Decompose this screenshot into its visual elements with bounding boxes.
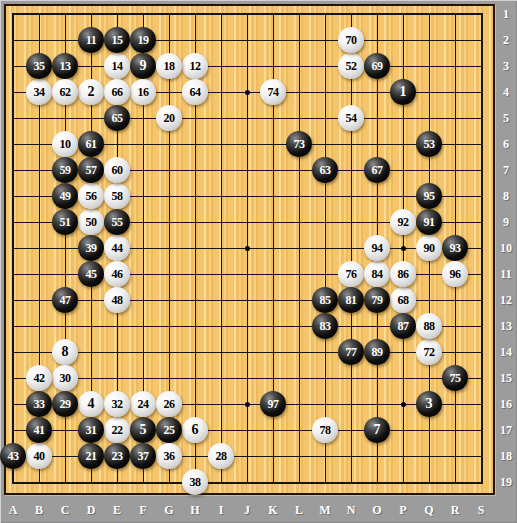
row-label-15: 15 <box>496 371 516 385</box>
star-point-P10 <box>401 246 406 251</box>
stone-E11[interactable]: 46 <box>104 261 130 287</box>
stone-B16[interactable]: 33 <box>26 391 52 417</box>
stone-H4[interactable]: 64 <box>182 79 208 105</box>
stone-D4[interactable]: 2 <box>78 79 104 105</box>
row-label-19: 19 <box>496 475 516 489</box>
stone-M12[interactable]: 85 <box>312 287 338 313</box>
col-label-R: R <box>445 503 465 517</box>
stone-F4[interactable]: 16 <box>130 79 156 105</box>
stone-K16[interactable]: 97 <box>260 391 286 417</box>
stone-C9[interactable]: 51 <box>52 209 78 235</box>
stone-N2[interactable]: 70 <box>338 27 364 53</box>
star-point-J16 <box>245 402 250 407</box>
stone-C12[interactable]: 47 <box>52 287 78 313</box>
stone-O14[interactable]: 89 <box>364 339 390 365</box>
stone-E17[interactable]: 22 <box>104 417 130 443</box>
col-label-A: A <box>3 503 23 517</box>
grid-hline <box>12 118 483 119</box>
row-label-11: 11 <box>496 267 516 281</box>
col-label-F: F <box>133 503 153 517</box>
stone-Q9[interactable]: 91 <box>416 209 442 235</box>
col-label-C: C <box>55 503 75 517</box>
stone-N14[interactable]: 77 <box>338 339 364 365</box>
stone-G5[interactable]: 20 <box>156 105 182 131</box>
stone-F2[interactable]: 19 <box>130 27 156 53</box>
stone-R10[interactable]: 93 <box>442 235 468 261</box>
stone-G17[interactable]: 25 <box>156 417 182 443</box>
col-label-O: O <box>367 503 387 517</box>
row-label-12: 12 <box>496 293 516 307</box>
stone-G16[interactable]: 26 <box>156 391 182 417</box>
stone-C7[interactable]: 59 <box>52 157 78 183</box>
stone-D9[interactable]: 50 <box>78 209 104 235</box>
stone-P13[interactable]: 87 <box>390 313 416 339</box>
stone-O3[interactable]: 69 <box>364 53 390 79</box>
stone-F16[interactable]: 24 <box>130 391 156 417</box>
col-label-G: G <box>159 503 179 517</box>
stone-R15[interactable]: 75 <box>442 365 468 391</box>
row-label-3: 3 <box>496 59 516 73</box>
stone-Q16[interactable]: 3 <box>416 391 442 417</box>
stone-L6[interactable]: 73 <box>286 131 312 157</box>
star-point-P16 <box>401 402 406 407</box>
grid-hline <box>12 482 483 484</box>
stone-D18[interactable]: 21 <box>78 443 104 469</box>
col-label-J: J <box>237 503 257 517</box>
stone-H19[interactable]: 38 <box>182 469 208 495</box>
stone-O17[interactable]: 7 <box>364 417 390 443</box>
stone-D7[interactable]: 57 <box>78 157 104 183</box>
stone-M7[interactable]: 63 <box>312 157 338 183</box>
col-label-D: D <box>81 503 101 517</box>
col-label-Q: Q <box>419 503 439 517</box>
row-label-17: 17 <box>496 423 516 437</box>
row-label-5: 5 <box>496 111 516 125</box>
stone-D17[interactable]: 31 <box>78 417 104 443</box>
go-diagram: 1234567891011121314151618192021222324252… <box>0 0 517 523</box>
stone-N11[interactable]: 76 <box>338 261 364 287</box>
stone-D16[interactable]: 4 <box>78 391 104 417</box>
stone-M17[interactable]: 78 <box>312 417 338 443</box>
col-label-S: S <box>471 503 491 517</box>
stone-H17[interactable]: 6 <box>182 417 208 443</box>
stone-E8[interactable]: 58 <box>104 183 130 209</box>
stone-C8[interactable]: 49 <box>52 183 78 209</box>
col-label-B: B <box>29 503 49 517</box>
row-label-4: 4 <box>496 85 516 99</box>
stone-E12[interactable]: 48 <box>104 287 130 313</box>
col-label-N: N <box>341 503 361 517</box>
stone-D11[interactable]: 45 <box>78 261 104 287</box>
grid-hline <box>12 352 483 353</box>
stone-N12[interactable]: 81 <box>338 287 364 313</box>
stone-C15[interactable]: 30 <box>52 365 78 391</box>
stone-B17[interactable]: 41 <box>26 417 52 443</box>
stone-H3[interactable]: 12 <box>182 53 208 79</box>
stone-F17[interactable]: 5 <box>130 417 156 443</box>
grid-hline <box>12 66 483 67</box>
star-point-J10 <box>245 246 250 251</box>
stone-C4[interactable]: 62 <box>52 79 78 105</box>
stone-K4[interactable]: 74 <box>260 79 286 105</box>
stone-C16[interactable]: 29 <box>52 391 78 417</box>
grid-hline <box>12 378 483 379</box>
stone-G18[interactable]: 36 <box>156 443 182 469</box>
row-label-13: 13 <box>496 319 516 333</box>
row-label-7: 7 <box>496 163 516 177</box>
stone-E2[interactable]: 15 <box>104 27 130 53</box>
stone-A18[interactable]: 43 <box>0 443 26 469</box>
stone-O7[interactable]: 67 <box>364 157 390 183</box>
stone-I18[interactable]: 28 <box>208 443 234 469</box>
col-label-E: E <box>107 503 127 517</box>
stone-E4[interactable]: 66 <box>104 79 130 105</box>
stone-N3[interactable]: 52 <box>338 53 364 79</box>
stone-O10[interactable]: 94 <box>364 235 390 261</box>
col-label-I: I <box>211 503 231 517</box>
stone-E16[interactable]: 32 <box>104 391 130 417</box>
row-label-8: 8 <box>496 189 516 203</box>
stone-Q6[interactable]: 53 <box>416 131 442 157</box>
stone-E7[interactable]: 60 <box>104 157 130 183</box>
stone-F18[interactable]: 37 <box>130 443 156 469</box>
stone-E9[interactable]: 55 <box>104 209 130 235</box>
stone-O12[interactable]: 79 <box>364 287 390 313</box>
stone-C14[interactable]: 8 <box>52 339 78 365</box>
stone-D8[interactable]: 56 <box>78 183 104 209</box>
row-label-10: 10 <box>496 241 516 255</box>
stone-P9[interactable]: 92 <box>390 209 416 235</box>
row-label-1: 1 <box>496 7 516 21</box>
stone-C3[interactable]: 13 <box>52 53 78 79</box>
stone-Q14[interactable]: 72 <box>416 339 442 365</box>
stone-B4[interactable]: 34 <box>26 79 52 105</box>
stone-M13[interactable]: 83 <box>312 313 338 339</box>
row-label-6: 6 <box>496 137 516 151</box>
col-label-L: L <box>289 503 309 517</box>
stone-B3[interactable]: 35 <box>26 53 52 79</box>
stone-E3[interactable]: 14 <box>104 53 130 79</box>
stone-P4[interactable]: 1 <box>390 79 416 105</box>
stone-B15[interactable]: 42 <box>26 365 52 391</box>
stone-P11[interactable]: 86 <box>390 261 416 287</box>
stone-E18[interactable]: 23 <box>104 443 130 469</box>
row-label-2: 2 <box>496 33 516 47</box>
stone-D10[interactable]: 39 <box>78 235 104 261</box>
col-label-P: P <box>393 503 413 517</box>
col-label-M: M <box>315 503 335 517</box>
grid-hline <box>12 13 483 15</box>
col-label-K: K <box>263 503 283 517</box>
stone-E5[interactable]: 65 <box>104 105 130 131</box>
stone-N5[interactable]: 54 <box>338 105 364 131</box>
stone-B18[interactable]: 40 <box>26 443 52 469</box>
row-label-14: 14 <box>496 345 516 359</box>
row-label-9: 9 <box>496 215 516 229</box>
stone-C6[interactable]: 10 <box>52 131 78 157</box>
stone-Q13[interactable]: 88 <box>416 313 442 339</box>
stone-Q10[interactable]: 90 <box>416 235 442 261</box>
stone-G3[interactable]: 18 <box>156 53 182 79</box>
stone-D6[interactable]: 61 <box>78 131 104 157</box>
stone-D2[interactable]: 11 <box>78 27 104 53</box>
star-point-J4 <box>245 90 250 95</box>
stone-F3[interactable]: 9 <box>130 53 156 79</box>
stone-Q8[interactable]: 95 <box>416 183 442 209</box>
col-label-H: H <box>185 503 205 517</box>
stone-P12[interactable]: 68 <box>390 287 416 313</box>
stone-E10[interactable]: 44 <box>104 235 130 261</box>
stone-O11[interactable]: 84 <box>364 261 390 287</box>
row-label-16: 16 <box>496 397 516 411</box>
row-label-18: 18 <box>496 449 516 463</box>
stone-R11[interactable]: 96 <box>442 261 468 287</box>
